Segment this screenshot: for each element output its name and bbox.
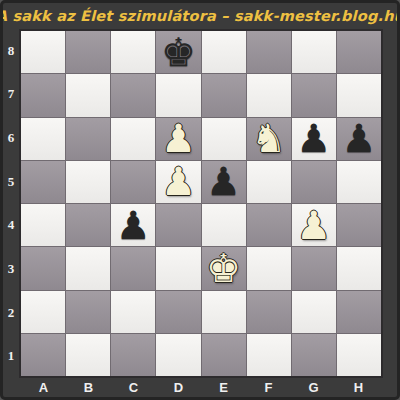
square-b4[interactable] <box>66 204 110 246</box>
chess-board: ♚♟♞♟♟♟♟♟♟♚ <box>19 29 383 378</box>
piece-black-pawn-g6[interactable]: ♟ <box>296 119 331 158</box>
piece-white-pawn-g4[interactable]: ♟ <box>296 206 331 245</box>
square-a7[interactable] <box>21 74 65 116</box>
square-e6[interactable] <box>202 118 246 160</box>
piece-black-pawn-e5[interactable]: ♟ <box>206 162 241 201</box>
square-h4[interactable] <box>337 204 381 246</box>
piece-black-king-d8[interactable]: ♚ <box>161 33 196 72</box>
square-e3[interactable]: ♚ <box>202 247 246 289</box>
square-h7[interactable] <box>337 74 381 116</box>
square-f7[interactable] <box>247 74 291 116</box>
square-f1[interactable] <box>247 334 291 376</box>
square-f2[interactable] <box>247 291 291 333</box>
file-label-f: F <box>246 378 291 397</box>
rank-label-5: 5 <box>3 160 19 204</box>
page-title: A sakk az Élet szimulátora – sakk-mester… <box>0 8 400 24</box>
square-b5[interactable] <box>66 161 110 203</box>
square-g3[interactable] <box>292 247 336 289</box>
square-e8[interactable] <box>202 31 246 73</box>
rank-label-6: 6 <box>3 116 19 160</box>
square-g4[interactable]: ♟ <box>292 204 336 246</box>
square-b2[interactable] <box>66 291 110 333</box>
square-a1[interactable] <box>21 334 65 376</box>
rank-label-2: 2 <box>3 291 19 335</box>
square-d7[interactable] <box>156 74 200 116</box>
file-label-c: C <box>111 378 156 397</box>
square-b1[interactable] <box>66 334 110 376</box>
square-f5[interactable] <box>247 161 291 203</box>
square-d2[interactable] <box>156 291 200 333</box>
square-f4[interactable] <box>247 204 291 246</box>
file-label-g: G <box>291 378 336 397</box>
file-label-d: D <box>156 378 201 397</box>
square-h3[interactable] <box>337 247 381 289</box>
file-label-h: H <box>336 378 381 397</box>
rank-label-1: 1 <box>3 334 19 378</box>
square-h2[interactable] <box>337 291 381 333</box>
square-h6[interactable]: ♟ <box>337 118 381 160</box>
square-e7[interactable] <box>202 74 246 116</box>
square-h1[interactable] <box>337 334 381 376</box>
rank-label-4: 4 <box>3 204 19 248</box>
square-c7[interactable] <box>111 74 155 116</box>
piece-white-king-e3[interactable]: ♚ <box>206 249 241 288</box>
square-b3[interactable] <box>66 247 110 289</box>
square-c1[interactable] <box>111 334 155 376</box>
square-c6[interactable] <box>111 118 155 160</box>
square-g8[interactable] <box>292 31 336 73</box>
square-f6[interactable]: ♞ <box>247 118 291 160</box>
rank-labels: 87654321 <box>3 29 19 378</box>
square-d4[interactable] <box>156 204 200 246</box>
square-d3[interactable] <box>156 247 200 289</box>
square-c2[interactable] <box>111 291 155 333</box>
square-a8[interactable] <box>21 31 65 73</box>
piece-white-knight-f6[interactable]: ♞ <box>251 119 286 158</box>
square-d6[interactable]: ♟ <box>156 118 200 160</box>
file-labels: ABCDEFGH <box>21 378 381 397</box>
rank-label-8: 8 <box>3 29 19 73</box>
square-c4[interactable]: ♟ <box>111 204 155 246</box>
square-g6[interactable]: ♟ <box>292 118 336 160</box>
board-grid: ♚♟♞♟♟♟♟♟♟♚ <box>21 31 381 376</box>
square-b8[interactable] <box>66 31 110 73</box>
square-g1[interactable] <box>292 334 336 376</box>
square-a3[interactable] <box>21 247 65 289</box>
square-c3[interactable] <box>111 247 155 289</box>
board-area: 87654321 ♚♟♞♟♟♟♟♟♟♚ <box>3 29 397 378</box>
square-a5[interactable] <box>21 161 65 203</box>
title-bar: A sakk az Élet szimulátora – sakk-mester… <box>3 3 397 29</box>
square-e1[interactable] <box>202 334 246 376</box>
square-h5[interactable] <box>337 161 381 203</box>
square-g7[interactable] <box>292 74 336 116</box>
square-d8[interactable]: ♚ <box>156 31 200 73</box>
square-a6[interactable] <box>21 118 65 160</box>
rank-label-3: 3 <box>3 247 19 291</box>
square-c8[interactable] <box>111 31 155 73</box>
square-b7[interactable] <box>66 74 110 116</box>
square-f3[interactable] <box>247 247 291 289</box>
rank-label-7: 7 <box>3 73 19 117</box>
square-c5[interactable] <box>111 161 155 203</box>
chess-app-window: A sakk az Élet szimulátora – sakk-mester… <box>0 0 400 400</box>
square-g2[interactable] <box>292 291 336 333</box>
square-f8[interactable] <box>247 31 291 73</box>
square-d5[interactable]: ♟ <box>156 161 200 203</box>
file-label-b: B <box>66 378 111 397</box>
square-a4[interactable] <box>21 204 65 246</box>
piece-white-pawn-d6[interactable]: ♟ <box>161 119 196 158</box>
file-label-e: E <box>201 378 246 397</box>
square-a2[interactable] <box>21 291 65 333</box>
file-label-a: A <box>21 378 66 397</box>
piece-black-pawn-h6[interactable]: ♟ <box>341 119 376 158</box>
square-d1[interactable] <box>156 334 200 376</box>
piece-white-pawn-d5[interactable]: ♟ <box>161 162 196 201</box>
square-e2[interactable] <box>202 291 246 333</box>
piece-black-pawn-c4[interactable]: ♟ <box>116 206 151 245</box>
square-g5[interactable] <box>292 161 336 203</box>
square-b6[interactable] <box>66 118 110 160</box>
square-e4[interactable] <box>202 204 246 246</box>
square-e5[interactable]: ♟ <box>202 161 246 203</box>
square-h8[interactable] <box>337 31 381 73</box>
